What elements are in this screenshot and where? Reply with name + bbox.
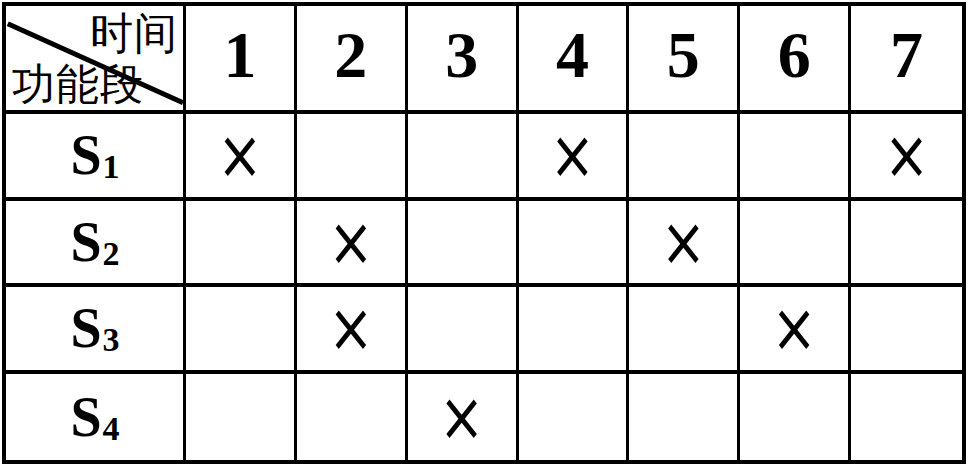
- cell-s3-t5: [629, 287, 740, 374]
- cell-s1-t7: ×: [851, 114, 962, 201]
- cell-s2-t7: [851, 201, 962, 288]
- cell-s3-t7: [851, 287, 962, 374]
- corner-header-cell: 时间 功能段: [6, 6, 186, 114]
- column-header-6: 6: [740, 6, 851, 114]
- corner-label-time: 时间: [90, 10, 178, 57]
- corner-label-function-segment: 功能段: [12, 61, 144, 108]
- cell-s2-t1: [186, 201, 297, 288]
- row-header-s1: S1: [6, 114, 186, 201]
- cell-s1-t6: [740, 114, 851, 201]
- x-mark: ×: [217, 122, 262, 190]
- row-label-base: S: [70, 123, 101, 187]
- timing-allocation-table: 时间 功能段 1 2 3 4 5 6 7 S1 × × × S2 × × S3 …: [0, 0, 972, 470]
- cell-s1-t4: ×: [519, 114, 630, 201]
- column-header-3: 3: [408, 6, 519, 114]
- x-mark: ×: [328, 295, 373, 363]
- x-mark: ×: [884, 122, 929, 190]
- cell-s4-t1: [186, 374, 297, 461]
- x-mark: ×: [550, 122, 595, 190]
- cell-s1-t3: [408, 114, 519, 201]
- cell-s2-t3: [408, 201, 519, 288]
- row-label-subscript: 1: [103, 148, 120, 186]
- x-mark: ×: [439, 383, 484, 451]
- cell-s3-t6: ×: [740, 287, 851, 374]
- x-mark: ×: [772, 295, 817, 363]
- cell-s4-t5: [629, 374, 740, 461]
- column-header-5: 5: [629, 6, 740, 114]
- cell-s4-t4: [519, 374, 630, 461]
- column-header-4: 4: [519, 6, 630, 114]
- cell-s3-t1: [186, 287, 297, 374]
- cell-s2-t6: [740, 201, 851, 288]
- cell-s4-t6: [740, 374, 851, 461]
- column-header-7: 7: [851, 6, 962, 114]
- row-header-s2: S2: [6, 201, 186, 288]
- cell-s1-t1: ×: [186, 114, 297, 201]
- column-header-1: 1: [186, 6, 297, 114]
- cell-s1-t5: [629, 114, 740, 201]
- row-label-subscript: 3: [103, 321, 120, 359]
- cell-s1-t2: [297, 114, 408, 201]
- cell-s3-t3: [408, 287, 519, 374]
- row-label-subscript: 4: [103, 410, 120, 448]
- cell-s2-t4: [519, 201, 630, 288]
- row-label-base: S: [70, 385, 101, 449]
- x-mark: ×: [328, 208, 373, 276]
- cell-s4-t2: [297, 374, 408, 461]
- row-label-base: S: [70, 296, 101, 360]
- column-header-2: 2: [297, 6, 408, 114]
- row-header-s3: S3: [6, 287, 186, 374]
- row-label-base: S: [70, 210, 101, 274]
- cell-s3-t2: ×: [297, 287, 408, 374]
- grid: 时间 功能段 1 2 3 4 5 6 7 S1 × × × S2 × × S3 …: [2, 2, 966, 464]
- x-mark: ×: [661, 208, 706, 276]
- cell-s2-t5: ×: [629, 201, 740, 288]
- cell-s4-t7: [851, 374, 962, 461]
- cell-s2-t2: ×: [297, 201, 408, 288]
- row-header-s4: S4: [6, 374, 186, 461]
- cell-s3-t4: [519, 287, 630, 374]
- cell-s4-t3: ×: [408, 374, 519, 461]
- row-label-subscript: 2: [103, 235, 120, 273]
